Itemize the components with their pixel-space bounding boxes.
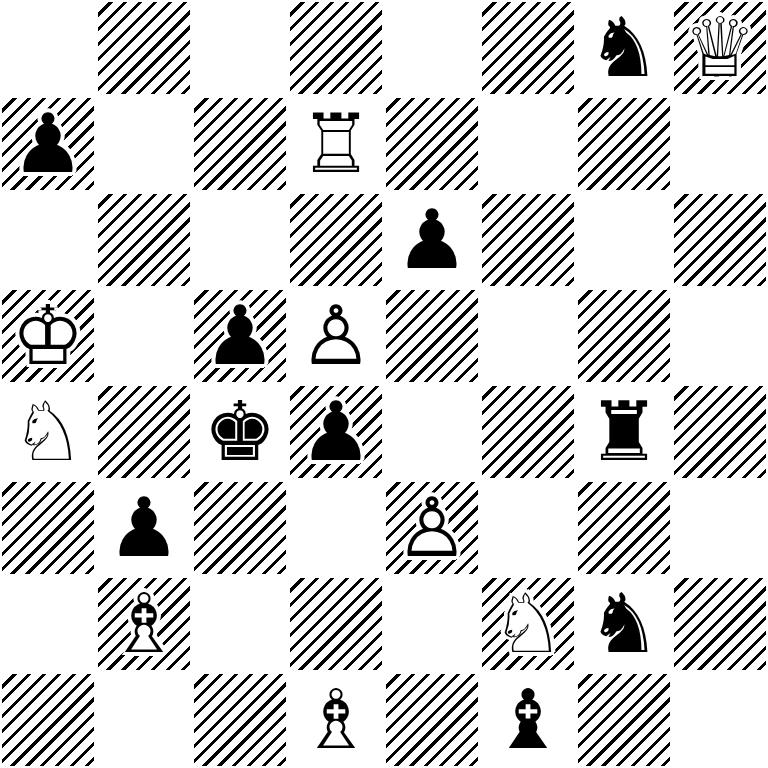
square-h7[interactable]: [672, 96, 768, 192]
square-b8[interactable]: [96, 0, 192, 96]
piece-glyph: ♟: [299, 391, 373, 473]
square-d8[interactable]: [288, 0, 384, 96]
square-a6[interactable]: [0, 192, 96, 288]
square-b6[interactable]: [96, 192, 192, 288]
piece-glyph: ♗: [107, 583, 181, 665]
square-b2[interactable]: ♝♗: [96, 576, 192, 672]
white-knight: ♞♘: [0, 384, 96, 480]
square-c7[interactable]: [192, 96, 288, 192]
square-f7[interactable]: [480, 96, 576, 192]
square-c5[interactable]: ♟♟: [192, 288, 288, 384]
square-b7[interactable]: [96, 96, 192, 192]
square-c4[interactable]: ♚♚: [192, 384, 288, 480]
square-c3[interactable]: [192, 480, 288, 576]
square-a5[interactable]: ♚♔: [0, 288, 96, 384]
square-b5[interactable]: [96, 288, 192, 384]
square-h6[interactable]: [672, 192, 768, 288]
square-e1[interactable]: [384, 672, 480, 768]
square-e5[interactable]: [384, 288, 480, 384]
white-pawn: ♟♙: [288, 288, 384, 384]
piece-glyph: ♟: [203, 295, 277, 377]
square-d4[interactable]: ♟♟: [288, 384, 384, 480]
square-a4[interactable]: ♞♘: [0, 384, 96, 480]
white-bishop: ♝♗: [288, 672, 384, 768]
black-pawn: ♟♟: [0, 96, 96, 192]
square-d7[interactable]: ♜♖: [288, 96, 384, 192]
square-f2[interactable]: ♞♘: [480, 576, 576, 672]
piece-glyph: ♞: [587, 7, 661, 89]
square-b3[interactable]: ♟♟: [96, 480, 192, 576]
square-e7[interactable]: [384, 96, 480, 192]
square-d6[interactable]: [288, 192, 384, 288]
square-d3[interactable]: [288, 480, 384, 576]
square-a2[interactable]: [0, 576, 96, 672]
square-h5[interactable]: [672, 288, 768, 384]
square-g4[interactable]: ♜♜: [576, 384, 672, 480]
square-h8[interactable]: ♛♕: [672, 0, 768, 96]
square-g1[interactable]: [576, 672, 672, 768]
white-queen: ♛♕: [672, 0, 768, 96]
square-b4[interactable]: [96, 384, 192, 480]
square-e8[interactable]: [384, 0, 480, 96]
square-h4[interactable]: [672, 384, 768, 480]
black-pawn: ♟♟: [96, 480, 192, 576]
piece-glyph: ♟: [395, 199, 469, 281]
square-g6[interactable]: [576, 192, 672, 288]
square-f5[interactable]: [480, 288, 576, 384]
piece-glyph: ♘: [11, 391, 85, 473]
square-a3[interactable]: [0, 480, 96, 576]
piece-glyph: ♕: [683, 7, 757, 89]
square-g5[interactable]: [576, 288, 672, 384]
square-a1[interactable]: [0, 672, 96, 768]
piece-glyph: ♔: [11, 295, 85, 377]
black-pawn: ♟♟: [288, 384, 384, 480]
square-g8[interactable]: ♞♞: [576, 0, 672, 96]
square-a7[interactable]: ♟♟: [0, 96, 96, 192]
piece-glyph: ♖: [299, 103, 373, 185]
white-pawn: ♟♙: [384, 480, 480, 576]
piece-glyph: ♗: [299, 679, 373, 761]
square-d1[interactable]: ♝♗: [288, 672, 384, 768]
piece-glyph: ♚: [203, 391, 277, 473]
square-c2[interactable]: [192, 576, 288, 672]
square-e6[interactable]: ♟♟: [384, 192, 480, 288]
piece-glyph: ♙: [395, 487, 469, 569]
black-knight: ♞♞: [576, 0, 672, 96]
square-d2[interactable]: [288, 576, 384, 672]
white-bishop: ♝♗: [96, 576, 192, 672]
square-h3[interactable]: [672, 480, 768, 576]
square-c8[interactable]: [192, 0, 288, 96]
square-g7[interactable]: [576, 96, 672, 192]
square-f4[interactable]: [480, 384, 576, 480]
piece-glyph: ♘: [491, 583, 565, 665]
square-e3[interactable]: ♟♙: [384, 480, 480, 576]
black-bishop: ♝♝: [480, 672, 576, 768]
square-f3[interactable]: [480, 480, 576, 576]
piece-glyph: ♟: [11, 103, 85, 185]
square-e2[interactable]: [384, 576, 480, 672]
square-h2[interactable]: [672, 576, 768, 672]
square-f8[interactable]: [480, 0, 576, 96]
piece-glyph: ♝: [491, 679, 565, 761]
chess-board: ♞♞♛♕♟♟♜♖♟♟♚♔♟♟♟♙♞♘♚♚♟♟♜♜♟♟♟♙♝♗♞♘♞♞♝♗♝♝: [0, 0, 768, 768]
piece-glyph: ♜: [587, 391, 661, 473]
piece-glyph: ♙: [299, 295, 373, 377]
black-pawn: ♟♟: [384, 192, 480, 288]
black-pawn: ♟♟: [192, 288, 288, 384]
square-e4[interactable]: [384, 384, 480, 480]
black-rook: ♜♜: [576, 384, 672, 480]
black-knight: ♞♞: [576, 576, 672, 672]
piece-glyph: ♞: [587, 583, 661, 665]
square-c1[interactable]: [192, 672, 288, 768]
white-knight: ♞♘: [480, 576, 576, 672]
square-a8[interactable]: [0, 0, 96, 96]
piece-glyph: ♟: [107, 487, 181, 569]
white-rook: ♜♖: [288, 96, 384, 192]
square-g3[interactable]: [576, 480, 672, 576]
white-king: ♚♔: [0, 288, 96, 384]
square-c6[interactable]: [192, 192, 288, 288]
square-g2[interactable]: ♞♞: [576, 576, 672, 672]
square-f6[interactable]: [480, 192, 576, 288]
square-h1[interactable]: [672, 672, 768, 768]
square-b1[interactable]: [96, 672, 192, 768]
black-king: ♚♚: [192, 384, 288, 480]
square-d5[interactable]: ♟♙: [288, 288, 384, 384]
square-f1[interactable]: ♝♝: [480, 672, 576, 768]
